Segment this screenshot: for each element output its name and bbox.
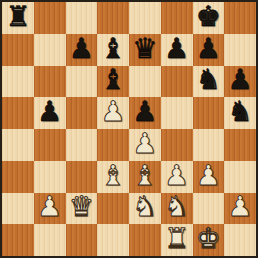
square-h5[interactable]: ♞ [224, 97, 256, 129]
square-e8[interactable] [129, 2, 161, 34]
square-e7[interactable]: ♛ [129, 34, 161, 66]
white-pawn-f3[interactable]: ♟ [164, 162, 189, 190]
square-f1[interactable]: ♜ [161, 224, 193, 256]
white-pawn-h2[interactable]: ♟ [228, 193, 253, 221]
square-f3[interactable]: ♟ [161, 161, 193, 193]
square-f4[interactable] [161, 129, 193, 161]
square-c8[interactable] [66, 2, 98, 34]
square-b4[interactable] [34, 129, 66, 161]
black-bishop-d7[interactable]: ♝ [101, 35, 126, 63]
white-rook-f1[interactable]: ♜ [164, 225, 189, 253]
square-f6[interactable] [161, 66, 193, 98]
square-b3[interactable] [34, 161, 66, 193]
square-d5[interactable]: ♟ [97, 97, 129, 129]
square-d2[interactable] [97, 193, 129, 225]
square-d1[interactable] [97, 224, 129, 256]
square-g1[interactable]: ♚ [193, 224, 225, 256]
square-d8[interactable] [97, 2, 129, 34]
square-c2[interactable]: ♛ [66, 193, 98, 225]
white-bishop-e3[interactable]: ♝ [132, 162, 157, 190]
white-queen-c2[interactable]: ♛ [69, 193, 94, 221]
white-knight-e2[interactable]: ♞ [132, 193, 157, 221]
black-pawn-c7[interactable]: ♟ [69, 35, 94, 63]
black-pawn-g7[interactable]: ♟ [196, 35, 221, 63]
black-pawn-e5[interactable]: ♟ [132, 98, 157, 126]
square-g6[interactable]: ♞ [193, 66, 225, 98]
square-c7[interactable]: ♟ [66, 34, 98, 66]
black-knight-g6[interactable]: ♞ [196, 66, 221, 94]
black-bishop-d6[interactable]: ♝ [101, 66, 126, 94]
square-d6[interactable]: ♝ [97, 66, 129, 98]
square-e3[interactable]: ♝ [129, 161, 161, 193]
black-knight-h5[interactable]: ♞ [228, 98, 253, 126]
square-a8[interactable]: ♜ [2, 2, 34, 34]
square-d4[interactable] [97, 129, 129, 161]
square-b5[interactable]: ♟ [34, 97, 66, 129]
square-e1[interactable] [129, 224, 161, 256]
square-f8[interactable] [161, 2, 193, 34]
square-g2[interactable] [193, 193, 225, 225]
square-h1[interactable] [224, 224, 256, 256]
square-b6[interactable] [34, 66, 66, 98]
square-h3[interactable] [224, 161, 256, 193]
square-h6[interactable]: ♟ [224, 66, 256, 98]
square-g7[interactable]: ♟ [193, 34, 225, 66]
square-e6[interactable] [129, 66, 161, 98]
square-g5[interactable] [193, 97, 225, 129]
square-g8[interactable]: ♚ [193, 2, 225, 34]
square-a7[interactable] [2, 34, 34, 66]
square-b2[interactable]: ♟ [34, 193, 66, 225]
square-a3[interactable] [2, 161, 34, 193]
square-a4[interactable] [2, 129, 34, 161]
white-pawn-g3[interactable]: ♟ [196, 162, 221, 190]
square-h7[interactable] [224, 34, 256, 66]
black-rook-a8[interactable]: ♜ [5, 3, 30, 31]
white-pawn-d5[interactable]: ♟ [101, 98, 126, 126]
square-b7[interactable] [34, 34, 66, 66]
square-c1[interactable] [66, 224, 98, 256]
square-e2[interactable]: ♞ [129, 193, 161, 225]
black-pawn-b5[interactable]: ♟ [37, 98, 62, 126]
square-c3[interactable] [66, 161, 98, 193]
square-f7[interactable]: ♟ [161, 34, 193, 66]
square-g3[interactable]: ♟ [193, 161, 225, 193]
square-a1[interactable] [2, 224, 34, 256]
square-e5[interactable]: ♟ [129, 97, 161, 129]
square-a2[interactable] [2, 193, 34, 225]
white-bishop-d3[interactable]: ♝ [101, 162, 126, 190]
square-g4[interactable] [193, 129, 225, 161]
square-a5[interactable] [2, 97, 34, 129]
black-king-g8[interactable]: ♚ [196, 3, 221, 31]
square-d3[interactable]: ♝ [97, 161, 129, 193]
square-f5[interactable] [161, 97, 193, 129]
white-knight-f2[interactable]: ♞ [164, 193, 189, 221]
chess-board: ♜♚♟♝♛♟♟♝♞♟♟♟♟♞♟♝♝♟♟♟♛♞♞♟♜♚ [0, 0, 258, 258]
black-pawn-h6[interactable]: ♟ [228, 66, 253, 94]
black-pawn-f7[interactable]: ♟ [164, 35, 189, 63]
white-pawn-e4[interactable]: ♟ [132, 130, 157, 158]
square-h8[interactable] [224, 2, 256, 34]
square-b8[interactable] [34, 2, 66, 34]
square-h2[interactable]: ♟ [224, 193, 256, 225]
square-c6[interactable] [66, 66, 98, 98]
square-e4[interactable]: ♟ [129, 129, 161, 161]
square-b1[interactable] [34, 224, 66, 256]
white-pawn-b2[interactable]: ♟ [37, 193, 62, 221]
square-c4[interactable] [66, 129, 98, 161]
white-king-g1[interactable]: ♚ [196, 225, 221, 253]
square-f2[interactable]: ♞ [161, 193, 193, 225]
square-a6[interactable] [2, 66, 34, 98]
square-c5[interactable] [66, 97, 98, 129]
square-h4[interactable] [224, 129, 256, 161]
square-d7[interactable]: ♝ [97, 34, 129, 66]
black-queen-e7[interactable]: ♛ [132, 35, 157, 63]
